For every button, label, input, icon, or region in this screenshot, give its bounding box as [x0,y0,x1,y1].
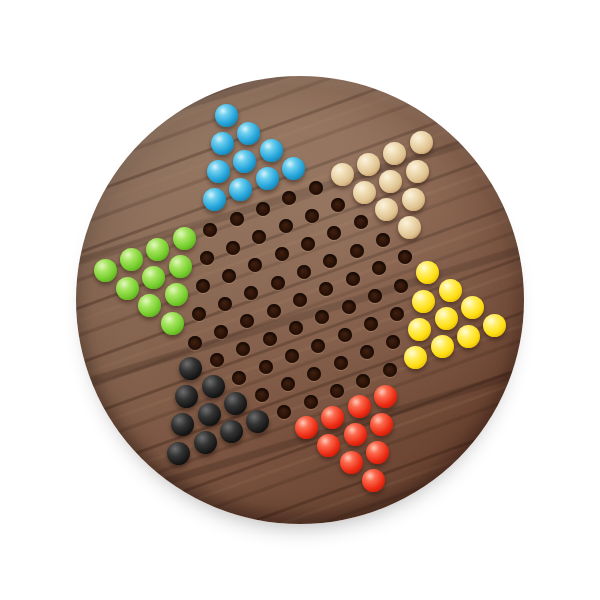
board-hole[interactable] [356,374,370,388]
board-hole[interactable] [271,276,285,290]
marble-yellow[interactable] [483,314,506,337]
board-hole[interactable] [386,335,400,349]
board-hole[interactable] [331,198,345,212]
marble-green[interactable] [165,283,188,306]
marble-black[interactable] [224,392,247,415]
marble-natural[interactable] [357,153,380,176]
board-hole[interactable] [222,269,236,283]
board-hole[interactable] [297,265,311,279]
board-hole[interactable] [338,328,352,342]
board-hole[interactable] [256,202,270,216]
board-hole[interactable] [252,230,266,244]
board-hole[interactable] [323,254,337,268]
board-hole[interactable] [259,360,273,374]
marble-green[interactable] [173,227,196,250]
board-hole[interactable] [360,345,374,359]
marble-red[interactable] [321,406,344,429]
board-hole[interactable] [376,233,390,247]
marble-red[interactable] [366,441,389,464]
marble-blue[interactable] [260,139,283,162]
marble-blue[interactable] [207,160,230,183]
marble-green[interactable] [138,294,161,317]
marble-red[interactable] [344,423,367,446]
marble-yellow[interactable] [412,290,435,313]
board-hole[interactable] [196,279,210,293]
marble-blue[interactable] [237,122,260,145]
board-hole[interactable] [372,261,386,275]
board-hole[interactable] [232,371,246,385]
marble-green[interactable] [169,255,192,278]
marble-red[interactable] [348,395,371,418]
marble-yellow[interactable] [416,261,439,284]
marble-red[interactable] [370,413,393,436]
marble-red[interactable] [317,434,340,457]
marble-blue[interactable] [233,150,256,173]
board-hole[interactable] [281,377,295,391]
marble-natural[interactable] [410,131,433,154]
marble-natural[interactable] [406,160,429,183]
marble-natural[interactable] [353,181,376,204]
chinese-checkers-board [76,76,524,524]
marble-black[interactable] [220,420,243,443]
marble-natural[interactable] [383,142,406,165]
marble-black[interactable] [194,431,217,454]
board-hole[interactable] [277,405,291,419]
board-hole[interactable] [301,237,315,251]
board-hole[interactable] [188,336,202,350]
board-hole[interactable] [275,247,289,261]
marble-black[interactable] [198,403,221,426]
board-hole[interactable] [330,384,344,398]
board-hole[interactable] [210,353,224,367]
marble-red[interactable] [374,385,397,408]
product-photo [0,0,600,600]
board-hole[interactable] [383,363,397,377]
marble-blue[interactable] [256,167,279,190]
board-hole[interactable] [203,223,217,237]
marble-red[interactable] [362,469,385,492]
board-hole[interactable] [350,244,364,258]
board-hole[interactable] [226,241,240,255]
board-hole[interactable] [236,342,250,356]
board-hole[interactable] [398,250,412,264]
marble-natural[interactable] [375,198,398,221]
board-hole[interactable] [192,307,206,321]
marble-yellow[interactable] [404,346,427,369]
board-hole[interactable] [248,258,262,272]
board-hole[interactable] [304,395,318,409]
board-hole[interactable] [279,219,293,233]
board-hole[interactable] [267,304,281,318]
board-hole[interactable] [263,332,277,346]
marble-yellow[interactable] [408,318,431,341]
marble-natural[interactable] [331,163,354,186]
marble-green[interactable] [161,312,184,335]
marble-green[interactable] [120,248,143,271]
marble-black[interactable] [167,442,190,465]
marble-black[interactable] [171,413,194,436]
marble-black[interactable] [175,385,198,408]
marble-yellow[interactable] [435,307,458,330]
board-hole[interactable] [368,289,382,303]
marble-red[interactable] [340,451,363,474]
board-hole[interactable] [240,314,254,328]
marble-yellow[interactable] [439,279,462,302]
board-hole[interactable] [285,349,299,363]
board-hole[interactable] [327,226,341,240]
board-hole[interactable] [311,339,325,353]
marble-green[interactable] [146,238,169,261]
board-hole[interactable] [200,251,214,265]
board-hole[interactable] [307,367,321,381]
board-hole[interactable] [214,325,228,339]
marble-yellow[interactable] [461,296,484,319]
marble-yellow[interactable] [431,335,454,358]
board-hole[interactable] [346,272,360,286]
marble-blue[interactable] [203,188,226,211]
board-hole[interactable] [354,215,368,229]
board-hole[interactable] [394,279,408,293]
board-hole[interactable] [364,317,378,331]
marble-red[interactable] [295,416,318,439]
marble-yellow[interactable] [457,325,480,348]
marble-blue[interactable] [282,157,305,180]
marble-black[interactable] [202,375,225,398]
marble-black[interactable] [179,357,202,380]
marble-natural[interactable] [398,216,421,239]
board-hole[interactable] [315,310,329,324]
marble-blue[interactable] [211,132,234,155]
board-hole[interactable] [230,212,244,226]
board-hole[interactable] [309,181,323,195]
marble-black[interactable] [246,410,269,433]
board-hole[interactable] [244,286,258,300]
marble-natural[interactable] [402,188,425,211]
marble-natural[interactable] [379,170,402,193]
board-hole[interactable] [305,209,319,223]
board-hole[interactable] [282,191,296,205]
marble-green[interactable] [142,266,165,289]
board-hole[interactable] [334,356,348,370]
marble-green[interactable] [94,259,117,282]
board-hole[interactable] [390,307,404,321]
board-hole[interactable] [255,388,269,402]
board-hole[interactable] [319,282,333,296]
marble-blue[interactable] [215,104,238,127]
board-hole[interactable] [218,297,232,311]
marble-blue[interactable] [229,178,252,201]
marble-green[interactable] [116,277,139,300]
board-hole[interactable] [289,321,303,335]
board-hole[interactable] [293,293,307,307]
board-hole[interactable] [342,300,356,314]
